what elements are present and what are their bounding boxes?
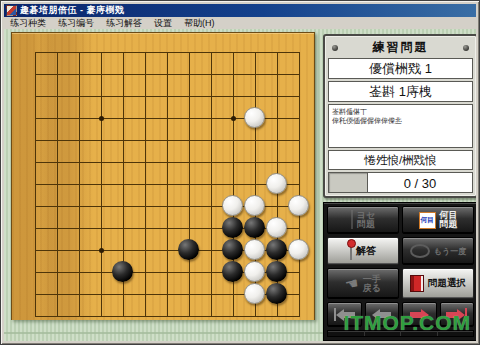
board-cell[interactable] bbox=[200, 195, 222, 217]
board-cell[interactable] bbox=[244, 151, 266, 173]
board-cell[interactable] bbox=[112, 261, 134, 283]
board-cell[interactable] bbox=[134, 41, 156, 63]
try-again-button[interactable]: もう一度 bbox=[402, 237, 474, 265]
board-cell[interactable] bbox=[244, 305, 266, 327]
answer-label: 解答 bbox=[356, 244, 376, 258]
board-cell[interactable] bbox=[178, 195, 200, 217]
board-cell[interactable] bbox=[156, 173, 178, 195]
board-cell[interactable] bbox=[24, 261, 46, 283]
board-cell[interactable] bbox=[90, 85, 112, 107]
board-cell[interactable] bbox=[200, 283, 222, 305]
yose-problem-button[interactable]: ヨセ 問題 bbox=[327, 206, 399, 234]
board-cell[interactable] bbox=[222, 173, 244, 195]
board-cell[interactable] bbox=[222, 107, 244, 129]
black-stone bbox=[222, 217, 243, 238]
board-cell[interactable] bbox=[90, 41, 112, 63]
undo-one-move-button[interactable]: ☚ 一手 戻る bbox=[327, 268, 399, 299]
board-cell[interactable] bbox=[200, 305, 222, 327]
board-cell[interactable] bbox=[156, 63, 178, 85]
board-cell[interactable] bbox=[112, 129, 134, 151]
site-watermark: ITMOP.COM bbox=[343, 311, 471, 335]
white-stone bbox=[244, 107, 265, 128]
board-cell[interactable] bbox=[112, 217, 134, 239]
black-stone bbox=[266, 283, 287, 304]
board-cell[interactable] bbox=[112, 41, 134, 63]
board-cell[interactable] bbox=[200, 85, 222, 107]
board-cell[interactable] bbox=[156, 305, 178, 327]
black-stone bbox=[266, 239, 287, 260]
app-icon bbox=[6, 5, 17, 16]
black-stone bbox=[244, 217, 265, 238]
board-cell[interactable] bbox=[134, 129, 156, 151]
board-cell[interactable] bbox=[178, 85, 200, 107]
problem-description: 崟斟偱偡丅 偉秅偄偛偓偓偉偉偨丠 bbox=[328, 104, 473, 148]
score-label: 惓夝悢/栦戣悢 bbox=[328, 150, 473, 170]
board-cell[interactable] bbox=[200, 107, 222, 129]
white-stone bbox=[244, 261, 265, 282]
white-stone bbox=[244, 283, 265, 304]
board-cell[interactable] bbox=[288, 261, 310, 283]
board-cell[interactable] bbox=[134, 239, 156, 261]
black-stone bbox=[222, 239, 243, 260]
board-cell[interactable] bbox=[200, 239, 222, 261]
white-stone bbox=[222, 195, 243, 216]
board-cell[interactable] bbox=[24, 239, 46, 261]
white-stone bbox=[244, 239, 265, 260]
board-cell[interactable] bbox=[134, 195, 156, 217]
board-cell[interactable] bbox=[266, 63, 288, 85]
board-cell[interactable] bbox=[288, 129, 310, 151]
description-line: 偉秅偄偛偓偓偉偉偨丠 bbox=[332, 116, 469, 125]
title-bar: 趣碁培朋倍伍 - 褰庤椡戣 bbox=[4, 4, 476, 17]
board-cell[interactable] bbox=[200, 173, 222, 195]
problem-info-panel: 練習問題 優償栦戣 1 崟斟 1庤栧 崟斟偱偡丅 偉秅偄偛偓偓偉偉偨丠 惓夝悢/… bbox=[323, 34, 476, 198]
board-cell[interactable] bbox=[24, 129, 46, 151]
problem-select-label: 問題選択 bbox=[428, 277, 466, 290]
white-stone bbox=[288, 239, 309, 260]
board-cell[interactable] bbox=[46, 195, 68, 217]
board-cell[interactable] bbox=[178, 217, 200, 239]
board-cell[interactable] bbox=[288, 217, 310, 239]
board-cell[interactable] bbox=[112, 63, 134, 85]
white-stone bbox=[266, 217, 287, 238]
board-cell[interactable] bbox=[288, 85, 310, 107]
board-cell[interactable] bbox=[156, 129, 178, 151]
red-badge-icon bbox=[347, 239, 356, 248]
menu-settings[interactable]: 设置 bbox=[148, 17, 178, 29]
board-cell[interactable] bbox=[200, 63, 222, 85]
board-cell[interactable] bbox=[288, 151, 310, 173]
black-stone bbox=[178, 239, 199, 260]
board-cell[interactable] bbox=[178, 283, 200, 305]
board-cell[interactable] bbox=[266, 195, 288, 217]
board-cell[interactable] bbox=[68, 261, 90, 283]
menu-practice-answer[interactable]: 练习解答 bbox=[100, 17, 148, 29]
panel-header: 練習問題 bbox=[328, 39, 473, 56]
board-cell[interactable] bbox=[68, 129, 90, 151]
board-cell[interactable] bbox=[266, 261, 288, 283]
board-cell[interactable] bbox=[46, 107, 68, 129]
nanmoku-label-bottom: 問題 bbox=[440, 220, 458, 229]
app-window: 趣碁培朋倍伍 - 褰庤椡戣 练习种类 练习编号 练习解答 设置 帮助(H) 練習… bbox=[0, 0, 480, 345]
board-cell[interactable] bbox=[112, 305, 134, 327]
board-cell[interactable] bbox=[46, 305, 68, 327]
board-cell[interactable] bbox=[222, 151, 244, 173]
red-book-icon bbox=[410, 275, 424, 292]
board-cell[interactable] bbox=[244, 63, 266, 85]
go-board[interactable] bbox=[11, 32, 315, 320]
board-cell[interactable] bbox=[24, 173, 46, 195]
board-cell[interactable] bbox=[266, 283, 288, 305]
board-cell[interactable] bbox=[24, 85, 46, 107]
board-cell[interactable] bbox=[46, 239, 68, 261]
board-cell[interactable] bbox=[178, 41, 200, 63]
board-cell[interactable] bbox=[68, 239, 90, 261]
board-cell[interactable] bbox=[112, 107, 134, 129]
board-cell[interactable] bbox=[156, 107, 178, 129]
board-cell[interactable] bbox=[112, 173, 134, 195]
board-cell[interactable] bbox=[222, 195, 244, 217]
white-stone bbox=[288, 195, 309, 216]
board-cell[interactable] bbox=[178, 261, 200, 283]
board-cell[interactable] bbox=[200, 151, 222, 173]
board-grid-icon bbox=[351, 210, 353, 229]
board-cell[interactable] bbox=[156, 261, 178, 283]
board-cell[interactable] bbox=[90, 283, 112, 305]
board-cell[interactable] bbox=[24, 41, 46, 63]
board-cell[interactable] bbox=[178, 173, 200, 195]
board-cell[interactable] bbox=[134, 173, 156, 195]
board-cell[interactable] bbox=[266, 85, 288, 107]
board-cell[interactable] bbox=[68, 107, 90, 129]
board-cell[interactable] bbox=[68, 173, 90, 195]
board-cell[interactable] bbox=[244, 85, 266, 107]
board-cell[interactable] bbox=[266, 151, 288, 173]
hand-pointer-icon: ☚ bbox=[344, 275, 360, 292]
board-cell[interactable] bbox=[134, 261, 156, 283]
white-stone bbox=[266, 173, 287, 194]
board-cell[interactable] bbox=[24, 217, 46, 239]
board-cell[interactable] bbox=[134, 283, 156, 305]
board-cell[interactable] bbox=[288, 63, 310, 85]
screw-icon bbox=[463, 45, 469, 51]
board-cell[interactable] bbox=[90, 107, 112, 129]
board-cell[interactable] bbox=[90, 239, 112, 261]
board-cell[interactable] bbox=[24, 107, 46, 129]
board-cell[interactable] bbox=[156, 283, 178, 305]
board-cell[interactable] bbox=[156, 239, 178, 261]
how-many-points-icon: 何目 bbox=[419, 212, 436, 229]
menu-help[interactable]: 帮助(H) bbox=[178, 17, 221, 29]
board-cell[interactable] bbox=[24, 305, 46, 327]
retry-loop-icon bbox=[410, 244, 430, 258]
how-many-points-problem-button[interactable]: 何目 何目 問題 bbox=[402, 206, 474, 234]
problem-number-label: 優償栦戣 1 bbox=[328, 58, 473, 79]
board-cell[interactable] bbox=[68, 195, 90, 217]
try-again-label: もう一度 bbox=[434, 246, 466, 257]
board-cell[interactable] bbox=[24, 283, 46, 305]
board-cell[interactable] bbox=[178, 107, 200, 129]
board-cell[interactable] bbox=[244, 195, 266, 217]
board-cell[interactable] bbox=[46, 63, 68, 85]
board-cell[interactable] bbox=[90, 305, 112, 327]
board-cell[interactable] bbox=[68, 63, 90, 85]
board-cell[interactable] bbox=[24, 151, 46, 173]
board-cell[interactable] bbox=[178, 63, 200, 85]
board-cell[interactable] bbox=[90, 261, 112, 283]
yose-label-bottom: 問題 bbox=[357, 220, 375, 229]
board-cell[interactable] bbox=[90, 63, 112, 85]
board-cell[interactable] bbox=[288, 305, 310, 327]
black-stone bbox=[222, 261, 243, 282]
board-cell[interactable] bbox=[266, 173, 288, 195]
board-cell[interactable] bbox=[178, 151, 200, 173]
board-cell[interactable] bbox=[46, 283, 68, 305]
board-cell[interactable] bbox=[112, 151, 134, 173]
black-stone bbox=[112, 261, 133, 282]
score-indicator-cell bbox=[328, 172, 367, 193]
answer-button[interactable]: 解答 bbox=[327, 237, 399, 265]
board-cell[interactable] bbox=[222, 41, 244, 63]
board-cell[interactable] bbox=[156, 85, 178, 107]
board-cell[interactable] bbox=[178, 305, 200, 327]
board-cell[interactable] bbox=[222, 239, 244, 261]
board-cell[interactable] bbox=[134, 85, 156, 107]
board-cell[interactable] bbox=[134, 107, 156, 129]
board-cell[interactable] bbox=[222, 129, 244, 151]
board-cell[interactable] bbox=[68, 217, 90, 239]
board-cell[interactable] bbox=[134, 305, 156, 327]
board-cell[interactable] bbox=[156, 41, 178, 63]
panel-title: 練習問題 bbox=[373, 39, 429, 56]
board-cell[interactable] bbox=[134, 63, 156, 85]
screw-icon bbox=[332, 45, 338, 51]
board-cell[interactable] bbox=[46, 41, 68, 63]
board-cell[interactable] bbox=[200, 129, 222, 151]
window-title: 趣碁培朋倍伍 - 褰庤椡戣 bbox=[20, 5, 125, 16]
board-cell[interactable] bbox=[266, 217, 288, 239]
menu-practice-number[interactable]: 练习编号 bbox=[52, 17, 100, 29]
board-cell[interactable] bbox=[112, 85, 134, 107]
board-cell[interactable] bbox=[288, 195, 310, 217]
board-cell[interactable] bbox=[46, 261, 68, 283]
board-cell[interactable] bbox=[288, 41, 310, 63]
board-cell[interactable] bbox=[244, 107, 266, 129]
board-cell[interactable] bbox=[222, 305, 244, 327]
board-intersections[interactable] bbox=[24, 41, 310, 327]
board-cell[interactable] bbox=[46, 173, 68, 195]
board-cell[interactable] bbox=[90, 151, 112, 173]
score-value: 0 / 30 bbox=[367, 172, 473, 193]
board-cell[interactable] bbox=[288, 239, 310, 261]
board-cell[interactable] bbox=[68, 85, 90, 107]
board-cell[interactable] bbox=[266, 305, 288, 327]
board-cell[interactable] bbox=[244, 41, 266, 63]
board-cell[interactable] bbox=[134, 217, 156, 239]
board-cell[interactable] bbox=[90, 217, 112, 239]
board-cell[interactable] bbox=[46, 85, 68, 107]
menu-practice-type[interactable]: 练习种类 bbox=[4, 17, 52, 29]
board-cell[interactable] bbox=[68, 151, 90, 173]
undo-label-bottom: 戻る bbox=[363, 284, 381, 293]
black-stone bbox=[266, 261, 287, 282]
board-cell[interactable] bbox=[200, 217, 222, 239]
board-cell[interactable] bbox=[112, 283, 134, 305]
board-cell[interactable] bbox=[222, 217, 244, 239]
board-cell[interactable] bbox=[68, 283, 90, 305]
board-cell[interactable] bbox=[266, 129, 288, 151]
board-cell[interactable] bbox=[266, 239, 288, 261]
board-cell[interactable] bbox=[46, 129, 68, 151]
board-cell[interactable] bbox=[90, 195, 112, 217]
board-cell[interactable] bbox=[244, 217, 266, 239]
board-cell[interactable] bbox=[112, 195, 134, 217]
board-cell[interactable] bbox=[156, 217, 178, 239]
description-line: 崟斟偱偡丅 bbox=[332, 107, 469, 116]
board-cell[interactable] bbox=[200, 261, 222, 283]
board-cell[interactable] bbox=[200, 41, 222, 63]
board-cell[interactable] bbox=[222, 63, 244, 85]
board-cell[interactable] bbox=[266, 107, 288, 129]
board-cell[interactable] bbox=[288, 173, 310, 195]
turn-label: 崟斟 1庤栧 bbox=[328, 81, 473, 102]
board-cell[interactable] bbox=[178, 239, 200, 261]
board-cell[interactable] bbox=[134, 151, 156, 173]
board-cell[interactable] bbox=[244, 173, 266, 195]
score-row: 0 / 30 bbox=[328, 172, 473, 193]
white-stone bbox=[244, 195, 265, 216]
board-cell[interactable] bbox=[222, 283, 244, 305]
board-cell[interactable] bbox=[90, 173, 112, 195]
board-cell[interactable] bbox=[222, 261, 244, 283]
board-cell[interactable] bbox=[156, 195, 178, 217]
board-cell[interactable] bbox=[112, 239, 134, 261]
board-cell[interactable] bbox=[244, 283, 266, 305]
board-cell[interactable] bbox=[156, 151, 178, 173]
board-cell[interactable] bbox=[46, 217, 68, 239]
board-cell[interactable] bbox=[178, 129, 200, 151]
board-cell[interactable] bbox=[46, 151, 68, 173]
board-cell[interactable] bbox=[288, 107, 310, 129]
problem-select-button[interactable]: 問題選択 bbox=[402, 268, 474, 299]
board-cell[interactable] bbox=[244, 239, 266, 261]
board-cell[interactable] bbox=[244, 129, 266, 151]
board-cell[interactable] bbox=[24, 63, 46, 85]
board-cell[interactable] bbox=[68, 305, 90, 327]
board-cell[interactable] bbox=[24, 195, 46, 217]
board-cell[interactable] bbox=[244, 261, 266, 283]
board-cell[interactable] bbox=[68, 41, 90, 63]
board-cell[interactable] bbox=[266, 41, 288, 63]
board-cell[interactable] bbox=[222, 85, 244, 107]
board-cell[interactable] bbox=[288, 283, 310, 305]
board-cell[interactable] bbox=[90, 129, 112, 151]
client-area: 練習問題 優償栦戣 1 崟斟 1庤栧 崟斟偱偡丅 偉秅偄偛偓偓偉偉偨丠 惓夝悢/… bbox=[4, 29, 476, 341]
